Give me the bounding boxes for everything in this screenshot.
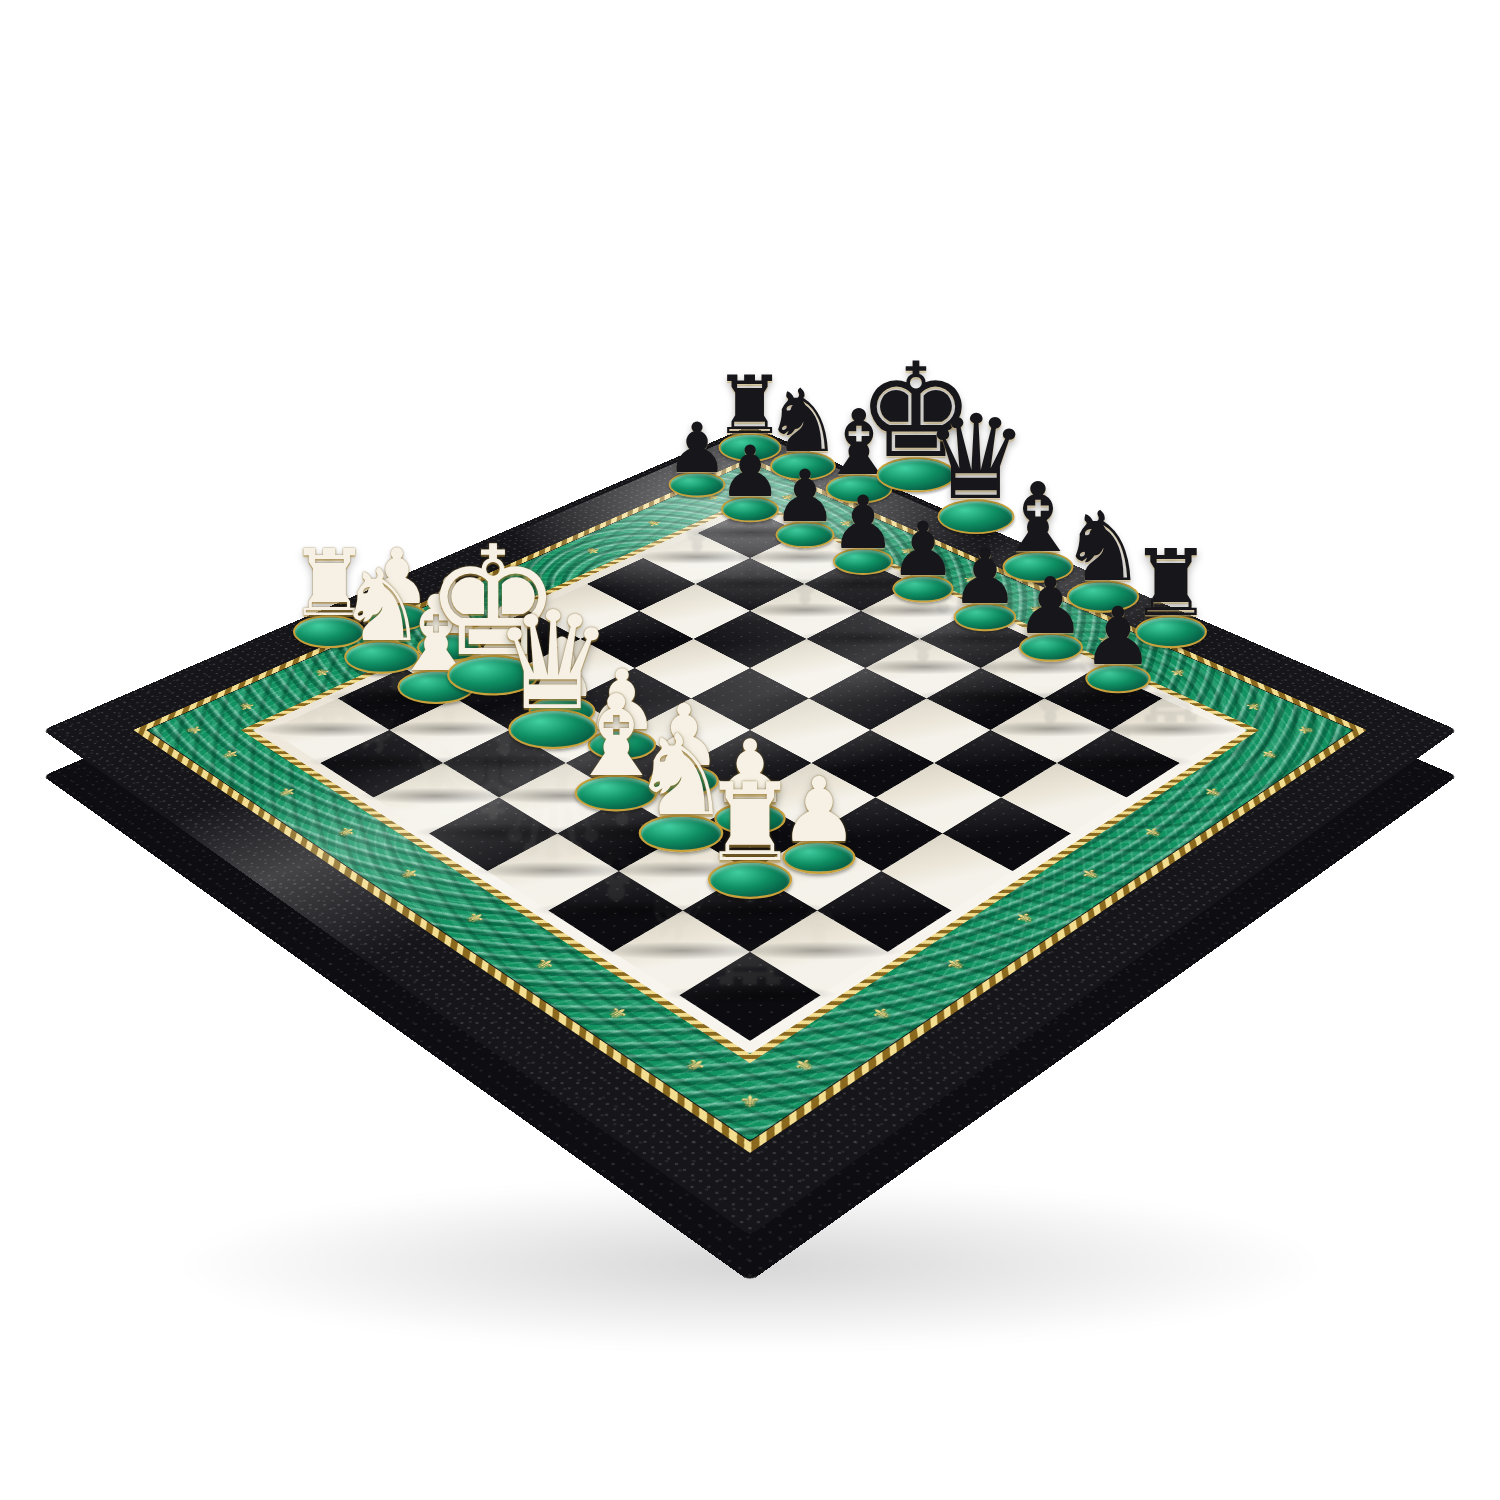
piece-contact-shadow <box>662 985 838 1004</box>
black-pawn[interactable]: ♟♟ <box>1032 598 1206 763</box>
border-ornament: ⚜ <box>1294 725 1318 735</box>
piece-glyph: ♜ <box>650 772 850 875</box>
white-rook[interactable]: ♜♜ <box>650 772 850 995</box>
piece-contact-shadow <box>1042 754 1195 770</box>
border-ornament: ⚜ <box>182 725 206 735</box>
piece-glyph: ♟ <box>1032 598 1206 674</box>
piece-reflection: ♜ <box>650 893 850 996</box>
scene: ⚜⚜⚜⚜⚜⚜⚜⚜⚜⚜⚜⚜⚜⚜⚜⚜⚜⚜⚜⚜⚜⚜⚜⚜⚜⚜⚜⚜⚜⚜⚜⚜⚜⚜⚜⚜ ♜♜♞… <box>0 0 1500 1500</box>
border-ornament: ⚜ <box>739 1093 761 1110</box>
piece-reflection: ♟ <box>1032 687 1206 763</box>
